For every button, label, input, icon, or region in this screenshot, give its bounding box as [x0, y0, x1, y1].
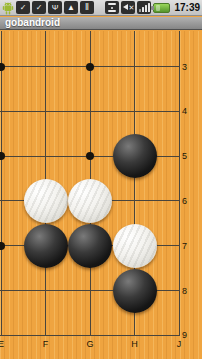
grid-line-horizontal — [0, 111, 180, 112]
hoshi-point — [86, 152, 94, 160]
black-stone-f7 — [24, 224, 68, 268]
column-coordinate-label: F — [43, 339, 49, 349]
column-coordinate-label: J — [177, 339, 182, 349]
android-status-bar[interactable]: ✓✓Ψ▲Ⅱ✕17:39 — [0, 0, 202, 16]
black-stone-h8 — [113, 269, 157, 313]
white-stone-g6 — [68, 179, 112, 223]
download-complete-icon-2: ✓ — [32, 1, 46, 14]
row-coordinate-label: 9 — [182, 330, 187, 340]
adb-debug-icon — [105, 1, 119, 14]
volume-muted-icon: ✕ — [121, 1, 135, 14]
usb-connected-icon: Ψ — [48, 1, 62, 14]
clock: 17:39 — [174, 2, 200, 13]
row-coordinate-label: 6 — [182, 196, 187, 206]
gobandroid-app-screen: ✓✓Ψ▲Ⅱ✕17:39 gobandroid 123456789ABCDEFGH… — [0, 0, 202, 359]
grid-line-horizontal — [0, 335, 180, 336]
pause-icon: Ⅱ — [80, 1, 94, 14]
row-coordinate-label: 8 — [182, 286, 187, 296]
black-stone-h5 — [113, 134, 157, 178]
title-bar: gobandroid — [0, 17, 202, 30]
row-coordinate-label: 5 — [182, 151, 187, 161]
row-coordinate-label: 4 — [182, 106, 187, 116]
white-stone-h7 — [113, 224, 157, 268]
column-coordinate-label: E — [0, 339, 4, 349]
hoshi-point — [0, 242, 5, 250]
warning-icon: ▲ — [64, 1, 78, 14]
column-coordinate-label: G — [86, 339, 93, 349]
android-logo-icon — [2, 1, 14, 14]
row-coordinate-label: 7 — [182, 241, 187, 251]
column-coordinate-label: H — [131, 339, 138, 349]
signal-strength-icon — [137, 1, 151, 14]
hoshi-point — [86, 63, 94, 71]
battery-icon — [153, 3, 170, 13]
download-complete-icon: ✓ — [16, 1, 30, 14]
row-coordinate-label: 3 — [182, 62, 187, 72]
app-title: gobandroid — [5, 17, 60, 28]
white-stone-f6 — [24, 179, 68, 223]
go-board[interactable]: 123456789ABCDEFGHJ — [0, 31, 202, 359]
hoshi-point — [0, 63, 5, 71]
hoshi-point — [0, 152, 5, 160]
black-stone-g7 — [68, 224, 112, 268]
